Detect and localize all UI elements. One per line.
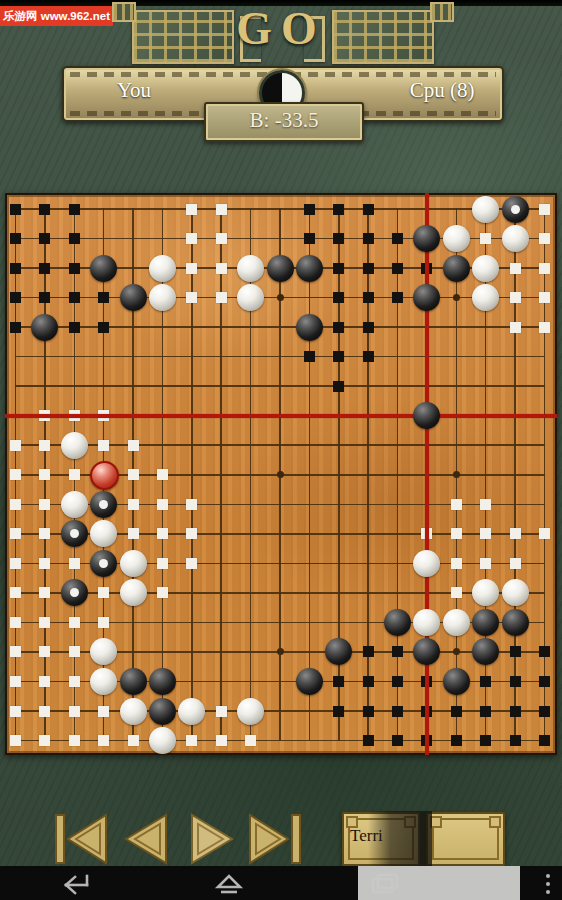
- white-stone: [237, 284, 264, 311]
- white-stone: [502, 225, 529, 252]
- white-territory-marker: [539, 322, 550, 333]
- screen: { "app": { "title": "GO", "watermark": "…: [0, 0, 562, 900]
- white-territory-marker: [186, 528, 197, 539]
- black-territory-marker: [451, 706, 462, 717]
- plaque-knot: [489, 816, 501, 828]
- black-territory-marker: [451, 735, 462, 746]
- white-territory-marker: [539, 233, 550, 244]
- white-territory-marker: [186, 233, 197, 244]
- white-territory-marker: [157, 558, 168, 569]
- dead-stone-dot-icon: [511, 205, 520, 214]
- white-territory-marker: [98, 587, 109, 598]
- skip-end-bar-icon: [292, 815, 300, 863]
- white-territory-marker: [98, 617, 109, 628]
- black-territory-marker: [392, 263, 403, 274]
- dead-stone-dot-icon: [99, 559, 108, 568]
- black-territory-marker: [304, 204, 315, 215]
- home-icon[interactable]: [212, 872, 246, 896]
- last-move-crosshair-vertical: [425, 193, 429, 755]
- white-territory-marker: [157, 528, 168, 539]
- white-territory-marker: [510, 292, 521, 303]
- black-territory-marker: [69, 233, 80, 244]
- black-territory-marker: [333, 204, 344, 215]
- white-territory-marker: [451, 528, 462, 539]
- white-territory-marker: [10, 440, 21, 451]
- skip-to-start-button[interactable]: [54, 812, 114, 866]
- black-stone: [472, 609, 499, 636]
- white-territory-marker: [39, 469, 50, 480]
- overlay-artifact-box: [358, 866, 520, 900]
- white-stone: [443, 225, 470, 252]
- black-territory-marker: [10, 233, 21, 244]
- white-territory-marker: [69, 646, 80, 657]
- black-stone: [325, 638, 352, 665]
- grid-line-horizontal: [15, 444, 546, 446]
- step-forward-button[interactable]: [182, 812, 242, 866]
- white-territory-marker: [216, 263, 227, 274]
- black-territory-marker: [539, 706, 550, 717]
- dead-black-stone: [61, 579, 88, 606]
- black-territory-marker: [392, 233, 403, 244]
- white-territory-marker: [539, 263, 550, 274]
- black-territory-marker: [363, 706, 374, 717]
- white-territory-marker: [128, 440, 139, 451]
- white-territory-marker: [10, 676, 21, 687]
- black-stone: [31, 314, 58, 341]
- black-stone: [502, 609, 529, 636]
- grid-line-horizontal: [15, 385, 546, 387]
- white-territory-marker: [245, 735, 256, 746]
- overlay-shadow: [368, 811, 432, 867]
- white-stone: [443, 609, 470, 636]
- white-territory-marker: [69, 735, 80, 746]
- black-territory-marker: [304, 233, 315, 244]
- white-stone: [472, 284, 499, 311]
- white-territory-marker: [39, 706, 50, 717]
- white-stone: [120, 550, 147, 577]
- dead-stone-dot-icon: [70, 588, 79, 597]
- secondary-plaque-button[interactable]: [426, 812, 505, 866]
- white-territory-marker: [10, 706, 21, 717]
- white-territory-marker: [480, 499, 491, 510]
- white-stone: [90, 668, 117, 695]
- white-territory-marker: [216, 292, 227, 303]
- white-territory-marker: [10, 646, 21, 657]
- white-territory-marker: [69, 617, 80, 628]
- white-territory-marker: [216, 204, 227, 215]
- grid-line-horizontal: [15, 592, 546, 594]
- white-stone: [237, 255, 264, 282]
- black-stone: [267, 255, 294, 282]
- black-territory-marker: [392, 646, 403, 657]
- white-territory-marker: [10, 587, 21, 598]
- black-stone: [149, 668, 176, 695]
- white-territory-marker: [128, 735, 139, 746]
- black-stone: [120, 668, 147, 695]
- white-stone: [61, 491, 88, 518]
- step-back-button[interactable]: [116, 812, 176, 866]
- black-territory-marker: [98, 322, 109, 333]
- white-territory-marker: [128, 469, 139, 480]
- black-territory-marker: [333, 263, 344, 274]
- last-move-crosshair-horizontal: [5, 414, 557, 418]
- white-territory-marker: [539, 204, 550, 215]
- white-territory-marker: [98, 735, 109, 746]
- white-stone: [61, 432, 88, 459]
- black-territory-marker: [392, 676, 403, 687]
- black-territory-marker: [392, 735, 403, 746]
- grid-line-horizontal: [15, 710, 546, 712]
- white-territory-marker: [480, 558, 491, 569]
- grid-line-horizontal: [15, 740, 546, 742]
- black-stone: [472, 638, 499, 665]
- black-territory-marker: [510, 735, 521, 746]
- white-territory-marker: [39, 735, 50, 746]
- black-stone: [296, 255, 323, 282]
- white-stone: [120, 698, 147, 725]
- star-point: [277, 294, 284, 301]
- black-territory-marker: [69, 292, 80, 303]
- white-territory-marker: [39, 587, 50, 598]
- white-territory-marker: [186, 558, 197, 569]
- black-territory-marker: [363, 263, 374, 274]
- white-territory-marker: [98, 440, 109, 451]
- black-territory-marker: [98, 292, 109, 303]
- black-territory-marker: [333, 292, 344, 303]
- black-territory-marker: [10, 204, 21, 215]
- white-stone: [120, 579, 147, 606]
- black-territory-marker: [69, 204, 80, 215]
- black-territory-marker: [333, 233, 344, 244]
- white-territory-marker: [69, 469, 80, 480]
- white-stone: [149, 255, 176, 282]
- black-territory-marker: [39, 233, 50, 244]
- black-territory-marker: [333, 676, 344, 687]
- white-stone: [90, 520, 117, 547]
- star-point: [453, 294, 460, 301]
- white-territory-marker: [128, 499, 139, 510]
- black-stone: [90, 255, 117, 282]
- black-territory-marker: [363, 204, 374, 215]
- star-point: [277, 648, 284, 655]
- skip-start-bar-icon: [56, 815, 64, 863]
- dead-black-stone: [90, 550, 117, 577]
- black-stone: [296, 314, 323, 341]
- black-territory-marker: [363, 322, 374, 333]
- white-territory-marker: [539, 292, 550, 303]
- white-stone: [502, 579, 529, 606]
- black-territory-marker: [363, 351, 374, 362]
- white-territory-marker: [451, 499, 462, 510]
- white-territory-marker: [510, 263, 521, 274]
- black-territory-marker: [333, 322, 344, 333]
- black-territory-marker: [39, 204, 50, 215]
- white-territory-marker: [128, 528, 139, 539]
- player-left-name: You: [64, 78, 204, 103]
- back-icon[interactable]: [60, 872, 94, 896]
- white-territory-marker: [39, 617, 50, 628]
- white-territory-marker: [480, 233, 491, 244]
- black-stone: [413, 402, 440, 429]
- white-territory-marker: [157, 499, 168, 510]
- black-stone: [443, 255, 470, 282]
- black-territory-marker: [480, 676, 491, 687]
- grid-line-horizontal: [15, 356, 546, 358]
- white-territory-marker: [451, 587, 462, 598]
- dead-stone-dot-icon: [99, 500, 108, 509]
- white-territory-marker: [39, 558, 50, 569]
- white-territory-marker: [216, 233, 227, 244]
- black-territory-marker: [304, 351, 315, 362]
- white-territory-marker: [10, 617, 21, 628]
- black-territory-marker: [363, 646, 374, 657]
- black-stone: [296, 668, 323, 695]
- dead-stone-dot-icon: [70, 529, 79, 538]
- white-territory-marker: [39, 676, 50, 687]
- white-stone: [413, 550, 440, 577]
- white-stone: [237, 698, 264, 725]
- black-territory-marker: [363, 233, 374, 244]
- dead-black-stone: [90, 491, 117, 518]
- black-territory-marker: [539, 676, 550, 687]
- white-territory-marker: [157, 469, 168, 480]
- white-territory-marker: [216, 706, 227, 717]
- star-point: [453, 648, 460, 655]
- white-territory-marker: [186, 292, 197, 303]
- black-stone: [413, 284, 440, 311]
- black-territory-marker: [510, 676, 521, 687]
- white-territory-marker: [39, 499, 50, 510]
- black-territory-marker: [392, 292, 403, 303]
- white-territory-marker: [69, 676, 80, 687]
- white-territory-marker: [186, 263, 197, 274]
- skip-to-end-button[interactable]: [244, 812, 304, 866]
- black-territory-marker: [69, 322, 80, 333]
- white-territory-marker: [39, 646, 50, 657]
- dead-black-stone: [502, 196, 529, 223]
- white-territory-marker: [39, 440, 50, 451]
- black-territory-marker: [363, 676, 374, 687]
- white-stone: [149, 727, 176, 754]
- white-territory-marker: [39, 528, 50, 539]
- grid-line-horizontal: [15, 326, 546, 328]
- black-territory-marker: [363, 292, 374, 303]
- black-territory-marker: [10, 292, 21, 303]
- white-territory-marker: [10, 469, 21, 480]
- black-territory-marker: [333, 381, 344, 392]
- black-territory-marker: [69, 263, 80, 274]
- white-stone: [90, 638, 117, 665]
- black-territory-marker: [363, 735, 374, 746]
- white-territory-marker: [10, 558, 21, 569]
- white-territory-marker: [480, 528, 491, 539]
- white-stone: [472, 196, 499, 223]
- white-stone: [472, 255, 499, 282]
- white-territory-marker: [510, 558, 521, 569]
- star-point: [277, 471, 284, 478]
- white-territory-marker: [451, 558, 462, 569]
- white-territory-marker: [10, 735, 21, 746]
- black-territory-marker: [392, 706, 403, 717]
- app-title: GO: [0, 2, 562, 55]
- white-territory-marker: [10, 528, 21, 539]
- black-territory-marker: [480, 735, 491, 746]
- black-territory-marker: [510, 706, 521, 717]
- black-stone: [443, 668, 470, 695]
- black-territory-marker: [333, 351, 344, 362]
- black-territory-marker: [39, 263, 50, 274]
- dead-black-stone: [61, 520, 88, 547]
- white-territory-marker: [69, 706, 80, 717]
- white-territory-marker: [186, 735, 197, 746]
- black-territory-marker: [333, 706, 344, 717]
- star-point: [453, 471, 460, 478]
- black-territory-marker: [39, 292, 50, 303]
- black-stone: [413, 638, 440, 665]
- score-plate: B: -33.5: [204, 102, 364, 142]
- black-stone: [149, 698, 176, 725]
- grid-line-horizontal: [15, 208, 546, 210]
- black-stone: [120, 284, 147, 311]
- white-territory-marker: [69, 558, 80, 569]
- white-territory-marker: [186, 499, 197, 510]
- white-territory-marker: [10, 499, 21, 510]
- white-territory-marker: [216, 735, 227, 746]
- player-right-name: Cpu (8): [372, 78, 512, 103]
- black-territory-marker: [539, 646, 550, 657]
- black-territory-marker: [10, 263, 21, 274]
- white-territory-marker: [186, 204, 197, 215]
- white-territory-marker: [510, 528, 521, 539]
- black-territory-marker: [510, 646, 521, 657]
- menu-dots-icon[interactable]: [542, 872, 554, 896]
- white-stone: [178, 698, 205, 725]
- black-territory-marker: [10, 322, 21, 333]
- white-stone: [472, 579, 499, 606]
- black-territory-marker: [480, 706, 491, 717]
- red-highlighted-white-stone: [90, 461, 119, 490]
- white-territory-marker: [539, 528, 550, 539]
- black-territory-marker: [539, 735, 550, 746]
- black-stone: [413, 225, 440, 252]
- white-territory-marker: [157, 587, 168, 598]
- white-territory-marker: [510, 322, 521, 333]
- white-stone: [149, 284, 176, 311]
- white-territory-marker: [98, 706, 109, 717]
- black-stone: [384, 609, 411, 636]
- go-board[interactable]: [5, 193, 557, 755]
- white-stone: [413, 609, 440, 636]
